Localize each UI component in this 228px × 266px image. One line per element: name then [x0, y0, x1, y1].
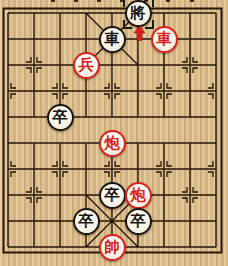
piece-glyph: 帥: [104, 240, 120, 256]
piece-glyph: 卒: [52, 110, 68, 126]
piece-glyph: 卒: [104, 188, 120, 204]
piece-red-chariot[interactable]: 車: [151, 26, 178, 53]
piece-glyph: 兵: [78, 58, 94, 74]
piece-black-soldier-b[interactable]: 卒: [99, 182, 126, 209]
piece-glyph: 卒: [130, 214, 146, 230]
last-move-arrow-icon: [134, 26, 145, 41]
selection-corner: [123, 0, 132, 7]
piece-glyph: 車: [104, 32, 120, 48]
piece-glyph: 車: [156, 32, 172, 48]
selection-corner: [123, 20, 132, 29]
piece-glyph: 卒: [78, 214, 94, 230]
piece-glyph: 將: [130, 6, 146, 22]
pieces-layer: 將車車兵卒炮卒炮卒卒帥: [0, 0, 228, 266]
piece-red-cannon-b[interactable]: 炮: [125, 182, 152, 209]
selection-corner: [145, 0, 154, 7]
piece-glyph: 炮: [130, 188, 146, 204]
piece-glyph: 炮: [104, 136, 120, 152]
piece-black-general[interactable]: 將: [125, 0, 152, 27]
piece-red-soldier[interactable]: 兵: [73, 52, 100, 79]
piece-black-soldier-d[interactable]: 卒: [125, 208, 152, 235]
piece-red-cannon-a[interactable]: 炮: [99, 130, 126, 157]
piece-black-chariot[interactable]: 車: [99, 26, 126, 53]
selection-corner: [145, 20, 154, 29]
piece-black-soldier-c[interactable]: 卒: [73, 208, 100, 235]
xiangqi-board[interactable]: 將車車兵卒炮卒炮卒卒帥: [0, 0, 228, 266]
piece-black-soldier-a[interactable]: 卒: [47, 104, 74, 131]
piece-red-general[interactable]: 帥: [99, 234, 126, 261]
